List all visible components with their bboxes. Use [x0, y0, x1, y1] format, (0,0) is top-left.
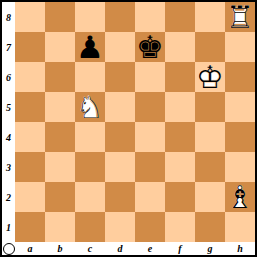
square-d4[interactable]: [105, 122, 135, 152]
square-g3[interactable]: [195, 152, 225, 182]
square-f3[interactable]: [165, 152, 195, 182]
square-b3[interactable]: [45, 152, 75, 182]
square-c4[interactable]: [75, 122, 105, 152]
file-label-d: d: [105, 242, 135, 255]
square-b5[interactable]: [45, 92, 75, 122]
square-a8[interactable]: [15, 2, 45, 32]
rank-label-5: 5: [2, 92, 15, 122]
square-g1[interactable]: [195, 212, 225, 242]
square-a2[interactable]: [15, 182, 45, 212]
square-b6[interactable]: [45, 62, 75, 92]
file-label-a: a: [15, 242, 45, 255]
rank-label-6: 6: [2, 62, 15, 92]
file-label-c: c: [75, 242, 105, 255]
square-c8[interactable]: [75, 2, 105, 32]
square-d2[interactable]: [105, 182, 135, 212]
rank-label-8: 8: [2, 2, 15, 32]
square-b8[interactable]: [45, 2, 75, 32]
bishop-glyph: ♗: [225, 182, 255, 212]
square-h8[interactable]: ♜♖: [225, 2, 255, 32]
square-f4[interactable]: [165, 122, 195, 152]
square-g7[interactable]: [195, 32, 225, 62]
square-f2[interactable]: [165, 182, 195, 212]
square-h1[interactable]: [225, 212, 255, 242]
file-label-e: e: [135, 242, 165, 255]
square-h5[interactable]: [225, 92, 255, 122]
square-g5[interactable]: [195, 92, 225, 122]
square-g2[interactable]: [195, 182, 225, 212]
square-e2[interactable]: [135, 182, 165, 212]
square-a1[interactable]: [15, 212, 45, 242]
square-b1[interactable]: [45, 212, 75, 242]
square-f6[interactable]: [165, 62, 195, 92]
rook-glyph: ♖: [225, 2, 255, 32]
pawn-glyph: ♟: [75, 32, 105, 62]
square-d7[interactable]: [105, 32, 135, 62]
king-glyph: ♚: [135, 32, 165, 62]
square-e1[interactable]: [135, 212, 165, 242]
square-d5[interactable]: [105, 92, 135, 122]
square-a4[interactable]: [15, 122, 45, 152]
chess-board-frame: 8♜♖7♟♚6♚♔5♞♘432♝♗1abcdefgh: [0, 0, 257, 257]
square-e4[interactable]: [135, 122, 165, 152]
rank-label-7: 7: [2, 32, 15, 62]
square-c5[interactable]: ♞♘: [75, 92, 105, 122]
black-king-e7[interactable]: ♚: [135, 32, 165, 62]
file-label-h: h: [225, 242, 255, 255]
square-f8[interactable]: [165, 2, 195, 32]
square-b4[interactable]: [45, 122, 75, 152]
square-e6[interactable]: [135, 62, 165, 92]
square-h7[interactable]: [225, 32, 255, 62]
square-f7[interactable]: [165, 32, 195, 62]
square-h2[interactable]: ♝♗: [225, 182, 255, 212]
square-f5[interactable]: [165, 92, 195, 122]
square-a6[interactable]: [15, 62, 45, 92]
chess-board: 8♜♖7♟♚6♚♔5♞♘432♝♗1abcdefgh: [2, 2, 255, 255]
rank-label-2: 2: [2, 182, 15, 212]
square-c6[interactable]: [75, 62, 105, 92]
square-h4[interactable]: [225, 122, 255, 152]
square-b7[interactable]: [45, 32, 75, 62]
square-e7[interactable]: ♚: [135, 32, 165, 62]
square-a3[interactable]: [15, 152, 45, 182]
side-to-move-corner: [2, 242, 15, 255]
file-label-g: g: [195, 242, 225, 255]
square-d1[interactable]: [105, 212, 135, 242]
black-pawn-c7[interactable]: ♟: [75, 32, 105, 62]
square-f1[interactable]: [165, 212, 195, 242]
square-c1[interactable]: [75, 212, 105, 242]
square-d6[interactable]: [105, 62, 135, 92]
square-a5[interactable]: [15, 92, 45, 122]
square-c7[interactable]: ♟: [75, 32, 105, 62]
square-e5[interactable]: [135, 92, 165, 122]
square-e3[interactable]: [135, 152, 165, 182]
square-e8[interactable]: [135, 2, 165, 32]
square-g8[interactable]: [195, 2, 225, 32]
square-d8[interactable]: [105, 2, 135, 32]
side-to-move-indicator: [3, 243, 15, 255]
rank-label-4: 4: [2, 122, 15, 152]
square-a7[interactable]: [15, 32, 45, 62]
white-king-g6[interactable]: ♚♔: [195, 62, 225, 92]
file-label-f: f: [165, 242, 195, 255]
square-g4[interactable]: [195, 122, 225, 152]
square-c3[interactable]: [75, 152, 105, 182]
square-h3[interactable]: [225, 152, 255, 182]
square-g6[interactable]: ♚♔: [195, 62, 225, 92]
rank-label-1: 1: [2, 212, 15, 242]
white-rook-h8[interactable]: ♜♖: [225, 2, 255, 32]
square-d3[interactable]: [105, 152, 135, 182]
square-c2[interactable]: [75, 182, 105, 212]
king-glyph: ♔: [195, 62, 225, 92]
knight-glyph: ♘: [75, 92, 105, 122]
file-label-b: b: [45, 242, 75, 255]
white-bishop-h2[interactable]: ♝♗: [225, 182, 255, 212]
white-knight-c5[interactable]: ♞♘: [75, 92, 105, 122]
square-h6[interactable]: [225, 62, 255, 92]
rank-label-3: 3: [2, 152, 15, 182]
square-b2[interactable]: [45, 182, 75, 212]
